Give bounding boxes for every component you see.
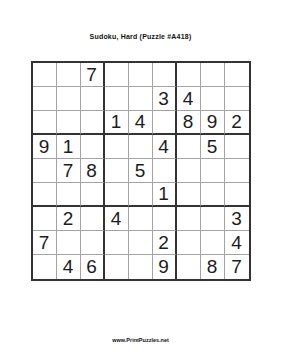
sudoku-cell-r3c3 <box>81 111 105 135</box>
sudoku-cell-r8c9: 4 <box>225 231 249 255</box>
sudoku-cell-r7c2: 2 <box>57 207 81 231</box>
sudoku-cell-r5c2: 7 <box>57 159 81 183</box>
sudoku-cell-r4c5 <box>129 135 153 159</box>
sudoku-cell-r5c8 <box>201 159 225 183</box>
sudoku-cell-r6c2 <box>57 183 81 207</box>
sudoku-cell-r8c7 <box>177 231 201 255</box>
sudoku-cell-r2c3 <box>81 87 105 111</box>
sudoku-cell-r4c4 <box>105 135 129 159</box>
sudoku-cell-r5c7 <box>177 159 201 183</box>
sudoku-cell-r8c8 <box>201 231 225 255</box>
sudoku-cell-r2c6: 3 <box>153 87 177 111</box>
sudoku-cell-r2c5 <box>129 87 153 111</box>
sudoku-cell-r1c9 <box>225 63 249 87</box>
sudoku-cell-r1c4 <box>105 63 129 87</box>
sudoku-cell-r1c1 <box>33 63 57 87</box>
sudoku-cell-r9c6: 9 <box>153 255 177 279</box>
sudoku-cell-r5c1 <box>33 159 57 183</box>
sudoku-cell-r9c4 <box>105 255 129 279</box>
footer-url: www.PrintPuzzles.net <box>0 337 281 343</box>
sudoku-cell-r1c3: 7 <box>81 63 105 87</box>
sudoku-cell-r8c2 <box>57 231 81 255</box>
sudoku-cell-r2c9 <box>225 87 249 111</box>
sudoku-cell-r4c1: 9 <box>33 135 57 159</box>
sudoku-cell-r7c1 <box>33 207 57 231</box>
sudoku-cell-r7c3 <box>81 207 105 231</box>
sudoku-cell-r1c7 <box>177 63 201 87</box>
sudoku-cell-r4c3 <box>81 135 105 159</box>
sudoku-cell-r6c9 <box>225 183 249 207</box>
sudoku-cell-r2c4 <box>105 87 129 111</box>
sudoku-cell-r8c4 <box>105 231 129 255</box>
sudoku-cell-r6c8 <box>201 183 225 207</box>
sudoku-cell-r7c6 <box>153 207 177 231</box>
sudoku-cell-r1c8 <box>201 63 225 87</box>
sudoku-cell-r9c3: 6 <box>81 255 105 279</box>
sudoku-grid: 734148929145785124372446987 <box>31 61 251 281</box>
sudoku-cell-r6c6: 1 <box>153 183 177 207</box>
page-title: Sudoku, Hard (Puzzle #A418) <box>0 33 281 40</box>
sudoku-cell-r3c1 <box>33 111 57 135</box>
sudoku-cell-r8c6: 2 <box>153 231 177 255</box>
sudoku-cell-r1c6 <box>153 63 177 87</box>
sudoku-cell-r8c3 <box>81 231 105 255</box>
sudoku-cell-r1c2 <box>57 63 81 87</box>
sudoku-cell-r3c5: 4 <box>129 111 153 135</box>
sudoku-cell-r7c8 <box>201 207 225 231</box>
sudoku-cell-r2c1 <box>33 87 57 111</box>
sudoku-cell-r3c8: 9 <box>201 111 225 135</box>
sudoku-cell-r8c1: 7 <box>33 231 57 255</box>
sudoku-cell-r1c5 <box>129 63 153 87</box>
sudoku-cell-r3c9: 2 <box>225 111 249 135</box>
sudoku-cell-r5c6 <box>153 159 177 183</box>
sudoku-cell-r6c1 <box>33 183 57 207</box>
sudoku-cell-r3c6 <box>153 111 177 135</box>
sudoku-cell-r4c7 <box>177 135 201 159</box>
sudoku-cell-r9c5 <box>129 255 153 279</box>
sudoku-cell-r4c8: 5 <box>201 135 225 159</box>
sudoku-cell-r7c4: 4 <box>105 207 129 231</box>
sudoku-cell-r2c2 <box>57 87 81 111</box>
sudoku-cell-r9c8: 8 <box>201 255 225 279</box>
sudoku-cell-r6c4 <box>105 183 129 207</box>
sudoku-cell-r9c2: 4 <box>57 255 81 279</box>
sudoku-cell-r2c7: 4 <box>177 87 201 111</box>
sudoku-cell-r9c9: 7 <box>225 255 249 279</box>
sudoku-cell-r6c5 <box>129 183 153 207</box>
sudoku-cell-r4c9 <box>225 135 249 159</box>
sudoku-cell-r6c7 <box>177 183 201 207</box>
sudoku-cell-r5c4 <box>105 159 129 183</box>
sudoku-cell-r3c7: 8 <box>177 111 201 135</box>
sudoku-cell-r5c5: 5 <box>129 159 153 183</box>
sudoku-page: Sudoku, Hard (Puzzle #A418) 734148929145… <box>0 0 281 363</box>
sudoku-cell-r6c3 <box>81 183 105 207</box>
sudoku-cell-r3c4: 1 <box>105 111 129 135</box>
sudoku-cell-r9c1 <box>33 255 57 279</box>
sudoku-cell-r4c2: 1 <box>57 135 81 159</box>
sudoku-cell-r7c9: 3 <box>225 207 249 231</box>
sudoku-cell-r7c7 <box>177 207 201 231</box>
sudoku-cell-r5c3: 8 <box>81 159 105 183</box>
sudoku-cell-r4c6: 4 <box>153 135 177 159</box>
sudoku-cell-r8c5 <box>129 231 153 255</box>
sudoku-cell-r2c8 <box>201 87 225 111</box>
sudoku-cell-r3c2 <box>57 111 81 135</box>
sudoku-cell-r5c9 <box>225 159 249 183</box>
sudoku-cell-r9c7 <box>177 255 201 279</box>
sudoku-cell-r7c5 <box>129 207 153 231</box>
